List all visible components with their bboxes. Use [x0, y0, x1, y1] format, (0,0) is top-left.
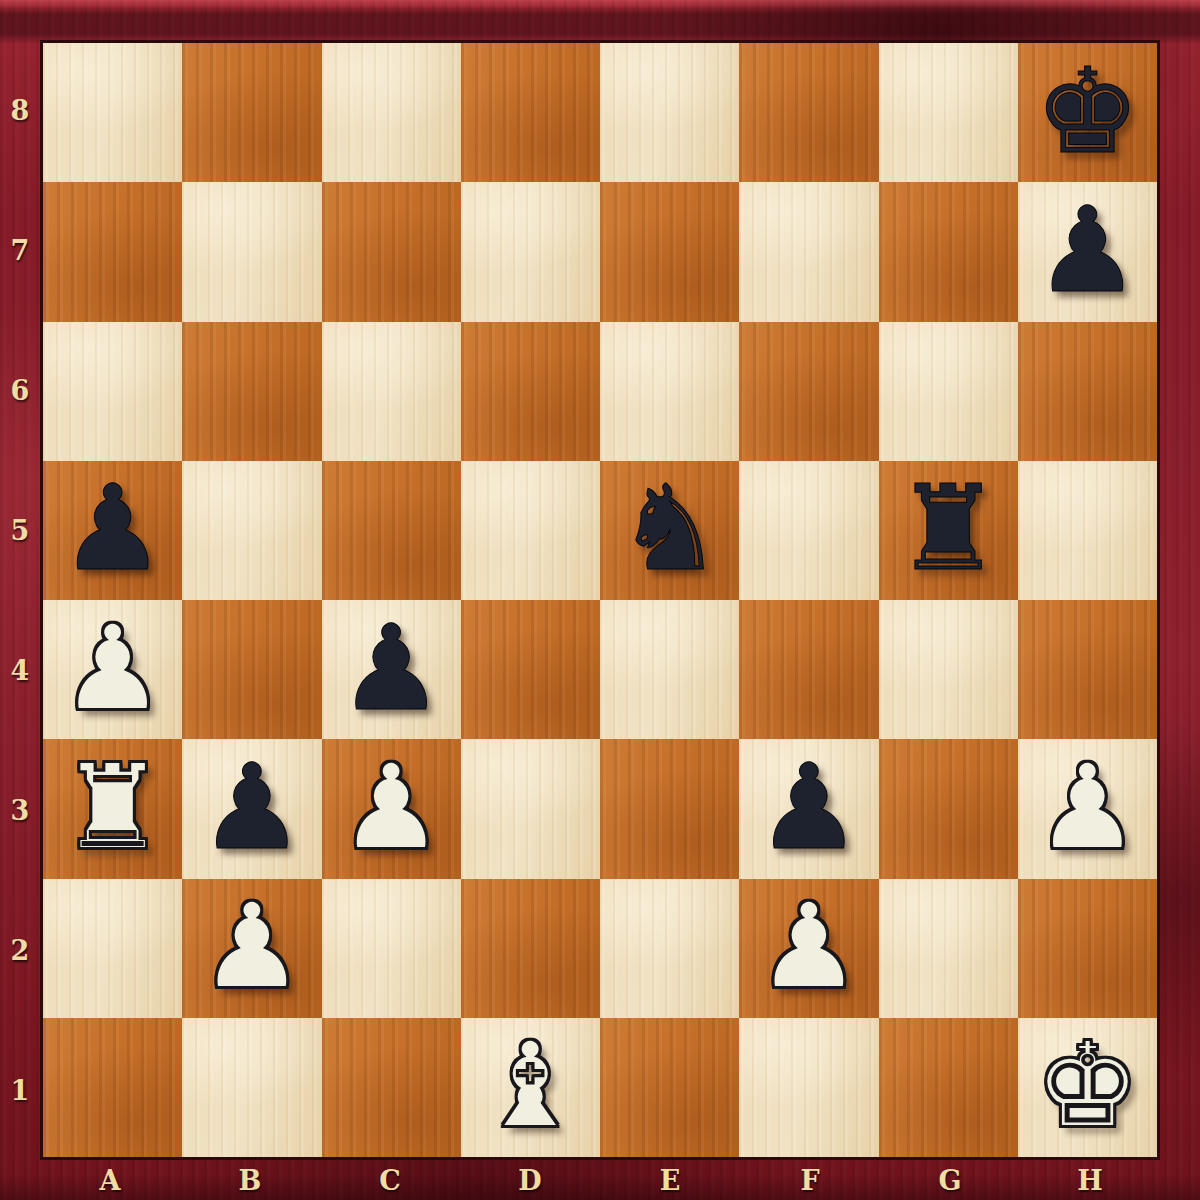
- square-b4[interactable]: [182, 600, 321, 739]
- square-e6[interactable]: [600, 322, 739, 461]
- file-label-c: C: [320, 1160, 460, 1200]
- square-c6[interactable]: [322, 322, 461, 461]
- square-c3[interactable]: ♟: [322, 739, 461, 878]
- square-a5[interactable]: ♟: [43, 461, 182, 600]
- square-b2[interactable]: ♟: [182, 879, 321, 1018]
- square-a1[interactable]: [43, 1018, 182, 1157]
- square-c7[interactable]: [322, 182, 461, 321]
- square-h2[interactable]: [1018, 879, 1157, 1018]
- square-d3[interactable]: [461, 739, 600, 878]
- square-d4[interactable]: [461, 600, 600, 739]
- square-b3[interactable]: ♟: [182, 739, 321, 878]
- square-b1[interactable]: [182, 1018, 321, 1157]
- square-e7[interactable]: [600, 182, 739, 321]
- square-d7[interactable]: [461, 182, 600, 321]
- file-label-g: G: [880, 1160, 1020, 1200]
- square-f2[interactable]: ♟: [739, 879, 878, 1018]
- square-c8[interactable]: [322, 43, 461, 182]
- rank-label-5: 5: [0, 460, 40, 600]
- square-g4[interactable]: [879, 600, 1018, 739]
- square-e8[interactable]: [600, 43, 739, 182]
- white-bishop: ♝: [477, 1026, 583, 1144]
- black-king: ♚: [1034, 52, 1140, 170]
- rank-label-4: 4: [0, 600, 40, 740]
- square-g5[interactable]: ♜: [879, 461, 1018, 600]
- square-e2[interactable]: [600, 879, 739, 1018]
- square-f3[interactable]: ♟: [739, 739, 878, 878]
- square-a8[interactable]: [43, 43, 182, 182]
- chess-board: ♚♟♟♞♜♟♟♜♟♟♟♟♟♟♝♚: [40, 40, 1160, 1160]
- black-pawn: ♟: [1034, 191, 1140, 309]
- square-f8[interactable]: [739, 43, 878, 182]
- white-rook: ♜: [60, 748, 166, 866]
- square-h6[interactable]: [1018, 322, 1157, 461]
- rank-label-2: 2: [0, 880, 40, 1020]
- square-d5[interactable]: [461, 461, 600, 600]
- square-f5[interactable]: [739, 461, 878, 600]
- square-c5[interactable]: [322, 461, 461, 600]
- square-c2[interactable]: [322, 879, 461, 1018]
- file-labels: ABCDEFGH: [40, 1160, 1160, 1200]
- square-f1[interactable]: [739, 1018, 878, 1157]
- black-rook: ♜: [895, 469, 1001, 587]
- square-h5[interactable]: [1018, 461, 1157, 600]
- white-pawn: ♟: [338, 748, 444, 866]
- file-label-h: H: [1020, 1160, 1160, 1200]
- white-pawn: ♟: [60, 609, 166, 727]
- white-king: ♚: [1034, 1026, 1140, 1144]
- file-label-a: A: [40, 1160, 180, 1200]
- square-d1[interactable]: ♝: [461, 1018, 600, 1157]
- file-label-e: E: [600, 1160, 740, 1200]
- square-g3[interactable]: [879, 739, 1018, 878]
- square-h8[interactable]: ♚: [1018, 43, 1157, 182]
- file-label-f: F: [740, 1160, 880, 1200]
- square-d2[interactable]: [461, 879, 600, 1018]
- white-pawn: ♟: [199, 887, 305, 1005]
- square-h7[interactable]: ♟: [1018, 182, 1157, 321]
- black-pawn: ♟: [756, 748, 862, 866]
- square-c1[interactable]: [322, 1018, 461, 1157]
- square-h1[interactable]: ♚: [1018, 1018, 1157, 1157]
- square-e5[interactable]: ♞: [600, 461, 739, 600]
- square-g8[interactable]: [879, 43, 1018, 182]
- square-c4[interactable]: ♟: [322, 600, 461, 739]
- rank-label-3: 3: [0, 740, 40, 880]
- square-a7[interactable]: [43, 182, 182, 321]
- square-b7[interactable]: [182, 182, 321, 321]
- square-g1[interactable]: [879, 1018, 1018, 1157]
- square-e4[interactable]: [600, 600, 739, 739]
- square-f4[interactable]: [739, 600, 878, 739]
- square-g7[interactable]: [879, 182, 1018, 321]
- square-a6[interactable]: [43, 322, 182, 461]
- square-f7[interactable]: [739, 182, 878, 321]
- square-g2[interactable]: [879, 879, 1018, 1018]
- square-g6[interactable]: [879, 322, 1018, 461]
- square-a4[interactable]: ♟: [43, 600, 182, 739]
- square-b5[interactable]: [182, 461, 321, 600]
- square-a3[interactable]: ♜: [43, 739, 182, 878]
- square-e1[interactable]: [600, 1018, 739, 1157]
- black-pawn: ♟: [338, 609, 444, 727]
- black-knight: ♞: [617, 469, 723, 587]
- board-frame: 87654321 ♚♟♟♞♜♟♟♜♟♟♟♟♟♟♝♚ ABCDEFGH: [0, 0, 1200, 1200]
- square-d6[interactable]: [461, 322, 600, 461]
- square-h3[interactable]: ♟: [1018, 739, 1157, 878]
- rank-label-7: 7: [0, 180, 40, 320]
- file-label-d: D: [460, 1160, 600, 1200]
- white-pawn: ♟: [1034, 748, 1140, 866]
- rank-labels: 87654321: [0, 40, 40, 1160]
- white-pawn: ♟: [756, 887, 862, 1005]
- square-b6[interactable]: [182, 322, 321, 461]
- square-b8[interactable]: [182, 43, 321, 182]
- square-e3[interactable]: [600, 739, 739, 878]
- square-d8[interactable]: [461, 43, 600, 182]
- rank-label-6: 6: [0, 320, 40, 460]
- rank-label-1: 1: [0, 1020, 40, 1160]
- black-pawn: ♟: [60, 469, 166, 587]
- square-f6[interactable]: [739, 322, 878, 461]
- file-label-b: B: [180, 1160, 320, 1200]
- square-a2[interactable]: [43, 879, 182, 1018]
- black-pawn: ♟: [199, 748, 305, 866]
- rank-label-8: 8: [0, 40, 40, 180]
- square-h4[interactable]: [1018, 600, 1157, 739]
